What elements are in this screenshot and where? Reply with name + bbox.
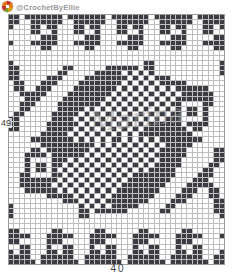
chart-cell (31, 245, 35, 249)
chart-cell (79, 194, 83, 198)
chart-cell (139, 209, 143, 213)
chart-cell (106, 239, 110, 243)
chart-cell (193, 239, 197, 243)
chart-cell (144, 51, 148, 55)
chart-cell (139, 35, 143, 39)
chart-cell (171, 56, 175, 60)
chart-cell (128, 61, 132, 65)
chart-cell (112, 219, 116, 223)
chart-cell (36, 224, 40, 228)
chart-cell (155, 46, 159, 50)
chart-cell (52, 245, 56, 249)
chart-cell (128, 204, 132, 208)
chart-cell (220, 92, 224, 96)
chart-cell (160, 194, 164, 198)
chart-cell (90, 173, 94, 177)
chart-cell (160, 158, 164, 162)
chart-cell (112, 168, 116, 172)
chart-cell (187, 56, 191, 60)
chart-cell (155, 209, 159, 213)
chart-cell (52, 41, 56, 45)
chart-cell (47, 51, 51, 55)
chart-cell (74, 86, 78, 90)
chart-cell (63, 56, 67, 60)
chart-cell (79, 204, 83, 208)
chart-cell (85, 255, 89, 259)
chart-cell (14, 199, 18, 203)
chart-cell (41, 158, 45, 162)
chart-cell (155, 239, 159, 243)
chart-cell (85, 97, 89, 101)
chart-cell (31, 168, 35, 172)
col-count-label: 40 (96, 263, 140, 274)
chart-cell (36, 25, 40, 29)
chart-cell (214, 41, 218, 45)
chart-cell (117, 76, 121, 80)
chart-cell (176, 148, 180, 152)
chart-cell (144, 122, 148, 126)
chart-cell (122, 178, 126, 182)
chart-cell (63, 86, 67, 90)
chart-cell (90, 194, 94, 198)
chart-cell (220, 20, 224, 24)
chart-cell (74, 153, 78, 157)
chart-cell (128, 112, 132, 116)
chart-cell (171, 127, 175, 131)
chart-cell (68, 51, 72, 55)
chart-cell (149, 224, 153, 228)
chart-cell (166, 15, 170, 19)
chart-cell (149, 20, 153, 24)
chart-cell (117, 15, 121, 19)
chart-cell (166, 30, 170, 34)
chart-cell (182, 239, 186, 243)
chart-cell (133, 132, 137, 136)
chart-cell (133, 15, 137, 19)
chart-cell (166, 117, 170, 121)
chart-cell (79, 92, 83, 96)
chart-cell (74, 239, 78, 243)
chart-cell (36, 239, 40, 243)
chart-cell (182, 56, 186, 60)
chart-cell (9, 229, 13, 233)
chart-cell (47, 76, 51, 80)
chart-cell (58, 245, 62, 249)
chart-cell (36, 76, 40, 80)
chart-cell (74, 250, 78, 254)
chart-cell (133, 199, 137, 203)
chart-cell (198, 51, 202, 55)
chart-cell (95, 30, 99, 34)
chart-cell (68, 35, 72, 39)
chart-cell (209, 229, 213, 233)
chart-cell (63, 209, 67, 213)
chart-cell (63, 183, 67, 187)
chart-cell (20, 163, 24, 167)
chart-cell (198, 239, 202, 243)
chart-cell (160, 46, 164, 50)
chart-cell (117, 137, 121, 141)
chart-cell (187, 194, 191, 198)
chart-cell (101, 148, 105, 152)
chart-cell (117, 35, 121, 39)
chart-cell (220, 163, 224, 167)
chart-cell (74, 15, 78, 19)
chart-cell (36, 173, 40, 177)
chart-cell (112, 143, 116, 147)
chart-cell (63, 245, 67, 249)
chart-cell (9, 71, 13, 75)
chart-cell (139, 183, 143, 187)
chart-cell (31, 188, 35, 192)
chart-cell (74, 158, 78, 162)
chart-cell (214, 204, 218, 208)
chart-cell (85, 30, 89, 34)
chart-cell (41, 30, 45, 34)
chart-cell (193, 30, 197, 34)
chart-cell (144, 41, 148, 45)
chart-cell (101, 71, 105, 75)
chart-cell (101, 41, 105, 45)
chart-cell (214, 30, 218, 34)
chart-cell (128, 163, 132, 167)
chart-cell (58, 117, 62, 121)
chart-cell (187, 168, 191, 172)
chart-cell (14, 97, 18, 101)
chart-cell (95, 234, 99, 238)
chart-cell (112, 239, 116, 243)
chart-cell (20, 86, 24, 90)
chart-cell (79, 66, 83, 70)
chart-cell (106, 30, 110, 34)
chart-cell (182, 260, 186, 264)
chart-cell (133, 153, 137, 157)
chart-cell (209, 81, 213, 85)
chart-cell (144, 153, 148, 157)
chart-cell (144, 234, 148, 238)
chart-cell (128, 25, 132, 29)
chart-cell (9, 97, 13, 101)
chart-cell (133, 76, 137, 80)
chart-cell (166, 234, 170, 238)
chart-cell (79, 20, 83, 24)
chart-cell (85, 46, 89, 50)
chart-cell (90, 71, 94, 75)
chart-cell (198, 214, 202, 218)
chart-cell (85, 15, 89, 19)
chart-cell (79, 122, 83, 126)
chart-cell (90, 260, 94, 264)
chart-cell (209, 127, 213, 131)
chart-cell (58, 219, 62, 223)
chart-cell (220, 112, 224, 116)
chart-cell (41, 117, 45, 121)
chart-cell (74, 173, 78, 177)
chart-cell (112, 153, 116, 157)
chart-cell (52, 239, 56, 243)
chart-cell (220, 168, 224, 172)
chart-cell (128, 102, 132, 106)
chart-cell (176, 41, 180, 45)
chart-cell (214, 143, 218, 147)
chart-cell (128, 92, 132, 96)
chart-cell (220, 173, 224, 177)
chart-cell (203, 56, 207, 60)
chart-cell (20, 25, 24, 29)
chart-cell (209, 132, 213, 136)
chart-cell (36, 97, 40, 101)
chart-cell (85, 178, 89, 182)
chart-cell (117, 188, 121, 192)
chart-cell (220, 260, 224, 264)
chart-cell (101, 158, 105, 162)
chart-cell (79, 112, 83, 116)
chart-cell (106, 122, 110, 126)
chart-cell (122, 255, 126, 259)
chart-cell (203, 30, 207, 34)
chart-cell (101, 219, 105, 223)
chart-cell (155, 214, 159, 218)
chart-cell (149, 153, 153, 157)
chart-cell (187, 41, 191, 45)
chart-cell (68, 20, 72, 24)
chart-cell (31, 214, 35, 218)
chart-cell (74, 137, 78, 141)
chart-cell (133, 20, 137, 24)
chart-cell (193, 76, 197, 80)
chart-cell (106, 41, 110, 45)
chart-cell (214, 234, 218, 238)
chart-cell (155, 153, 159, 157)
chart-cell (41, 260, 45, 264)
chart-cell (214, 56, 218, 60)
chart-cell (74, 224, 78, 228)
chart-cell (198, 132, 202, 136)
chart-cell (79, 46, 83, 50)
chart-cell (176, 92, 180, 96)
chart-cell (187, 15, 191, 19)
chart-cell (9, 92, 13, 96)
chart-cell (209, 143, 213, 147)
chart-cell (133, 163, 137, 167)
chart-cell (25, 97, 29, 101)
chart-cell (85, 76, 89, 80)
chart-cell (155, 234, 159, 238)
chart-cell (160, 102, 164, 106)
chart-cell (149, 143, 153, 147)
chart-cell (144, 245, 148, 249)
chart-cell (9, 199, 13, 203)
chart-cell (85, 173, 89, 177)
chart-cell (117, 122, 121, 126)
chart-cell (214, 25, 218, 29)
chart-cell (187, 143, 191, 147)
chart-cell (139, 199, 143, 203)
chart-cell (36, 214, 40, 218)
chart-cell (63, 158, 67, 162)
chart-cell (112, 173, 116, 177)
chart-cell (58, 194, 62, 198)
chart-cell (149, 112, 153, 116)
chart-cell (144, 20, 148, 24)
chart-cell (106, 107, 110, 111)
chart-cell (198, 137, 202, 141)
chart-cell (198, 209, 202, 213)
chart-cell (106, 92, 110, 96)
chart-cell (74, 163, 78, 167)
chart-cell (209, 199, 213, 203)
chart-cell (220, 127, 224, 131)
chart-cell (36, 102, 40, 106)
chart-cell (52, 178, 56, 182)
chart-cell (220, 224, 224, 228)
chart-cell (52, 250, 56, 254)
chart-cell (198, 229, 202, 233)
chart-cell (79, 188, 83, 192)
chart-cell (52, 158, 56, 162)
chart-cell (182, 158, 186, 162)
chart-cell (68, 97, 72, 101)
chart-cell (36, 153, 40, 157)
chart-cell (106, 178, 110, 182)
chart-cell (74, 143, 78, 147)
chart-cell (20, 250, 24, 254)
chart-cell (31, 153, 35, 157)
chart-cell (171, 112, 175, 116)
chart-cell (9, 168, 13, 172)
chart-cell (68, 148, 72, 152)
chart-cell (155, 168, 159, 172)
chart-cell (133, 158, 137, 162)
chart-cell (182, 46, 186, 50)
chart-cell (155, 20, 159, 24)
chart-cell (139, 30, 143, 34)
chart-cell (209, 137, 213, 141)
chart-cell (203, 112, 207, 116)
chart-cell (79, 183, 83, 187)
chart-cell (139, 122, 143, 126)
chart-cell (155, 245, 159, 249)
chart-cell (160, 178, 164, 182)
chart-cell (166, 97, 170, 101)
chart-cell (209, 250, 213, 254)
chart-cell (47, 163, 51, 167)
chart-cell (117, 127, 121, 131)
chart-cell (182, 41, 186, 45)
chart-cell (117, 250, 121, 254)
chart-cell (101, 15, 105, 19)
chart-cell (187, 127, 191, 131)
chart-cell (90, 122, 94, 126)
chart-cell (14, 127, 18, 131)
chart-cell (85, 245, 89, 249)
chart-cell (112, 107, 116, 111)
chart-cell (20, 143, 24, 147)
chart-cell (122, 239, 126, 243)
chart-cell (187, 219, 191, 223)
chart-cell (171, 86, 175, 90)
chart-cell (144, 173, 148, 177)
chart-cell (155, 127, 159, 131)
chart-cell (79, 153, 83, 157)
chart-cell (128, 214, 132, 218)
chart-cell (144, 107, 148, 111)
chart-cell (139, 71, 143, 75)
chart-cell (203, 51, 207, 55)
chart-cell (31, 51, 35, 55)
chart-cell (128, 199, 132, 203)
chart-cell (193, 234, 197, 238)
chart-cell (20, 219, 24, 223)
chart-cell (36, 178, 40, 182)
chart-cell (182, 250, 186, 254)
chart-cell (20, 76, 24, 80)
chart-cell (9, 30, 13, 34)
chart-cell (63, 239, 67, 243)
chart-cell (171, 250, 175, 254)
chart-cell (52, 224, 56, 228)
chart-cell (198, 30, 202, 34)
chart-cell (31, 250, 35, 254)
chart-cell (214, 127, 218, 131)
chart-cell (47, 86, 51, 90)
chart-cell (117, 255, 121, 259)
chart-cell (47, 30, 51, 34)
chart-cell (122, 214, 126, 218)
chart-cell (101, 168, 105, 172)
chart-cell (166, 214, 170, 218)
chart-cell (139, 204, 143, 208)
chart-cell (112, 56, 116, 60)
chart-cell (117, 214, 121, 218)
chart-cell (220, 30, 224, 34)
chart-cell (133, 61, 137, 65)
chart-cell (90, 127, 94, 131)
chart-cell (74, 168, 78, 172)
chart-cell (52, 71, 56, 75)
chart-cell (166, 148, 170, 152)
chart-cell (58, 173, 62, 177)
chart-cell (25, 199, 29, 203)
chart-cell (25, 127, 29, 131)
chart-cell (117, 71, 121, 75)
chart-cell (90, 214, 94, 218)
chart-cell (31, 209, 35, 213)
chart-cell (20, 61, 24, 65)
chart-cell (31, 76, 35, 80)
chart-cell (214, 178, 218, 182)
chart-cell (85, 229, 89, 233)
chart-cell (182, 97, 186, 101)
chart-cell (220, 107, 224, 111)
chart-cell (187, 61, 191, 65)
chart-cell (139, 137, 143, 141)
chart-cell (85, 183, 89, 187)
chart-cell (128, 117, 132, 121)
chart-cell (79, 199, 83, 203)
chart-cell (90, 204, 94, 208)
chart-cell (203, 188, 207, 192)
chart-cell (79, 127, 83, 131)
chart-cell (166, 25, 170, 29)
chart-cell (209, 15, 213, 19)
chart-cell (187, 92, 191, 96)
chart-cell (112, 30, 116, 34)
chart-cell (85, 204, 89, 208)
chart-cell (176, 260, 180, 264)
chart-cell (133, 245, 137, 249)
chart-cell (95, 153, 99, 157)
